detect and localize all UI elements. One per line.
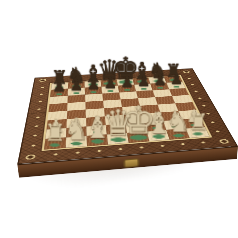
corner-rosette-icon	[218, 138, 231, 144]
square-c5	[85, 101, 104, 110]
square-a1: ♜	[44, 138, 66, 150]
product-photo: ♜♞♝♛♚♝♞♜♟♟♟♟♟♟♟♟♟♟♟♟♟♟♟♟♜♞♝♛♚♝♞♜	[0, 0, 238, 238]
piece-white-knight: ♞	[64, 117, 89, 145]
chess-board: ♜♞♝♛♚♝♞♜♟♟♟♟♟♟♟♟♟♟♟♟♟♟♟♟♜♞♝♛♚♝♞♜	[17, 68, 237, 164]
piece-white-rook: ♜	[188, 111, 209, 134]
square-b1: ♞	[66, 136, 87, 148]
square-h6	[169, 88, 189, 96]
square-c1: ♝	[87, 134, 108, 146]
corner-rosette-icon	[24, 154, 36, 161]
piece-white-rook: ♜	[44, 121, 66, 145]
corner-rosette-icon	[38, 79, 47, 83]
scene: ♜♞♝♛♚♝♞♜♟♟♟♟♟♟♟♟♟♟♟♟♟♟♟♟♜♞♝♛♚♝♞♜	[30, 15, 214, 199]
corner-rosette-icon	[182, 70, 191, 73]
brass-clasp-icon	[124, 158, 140, 167]
